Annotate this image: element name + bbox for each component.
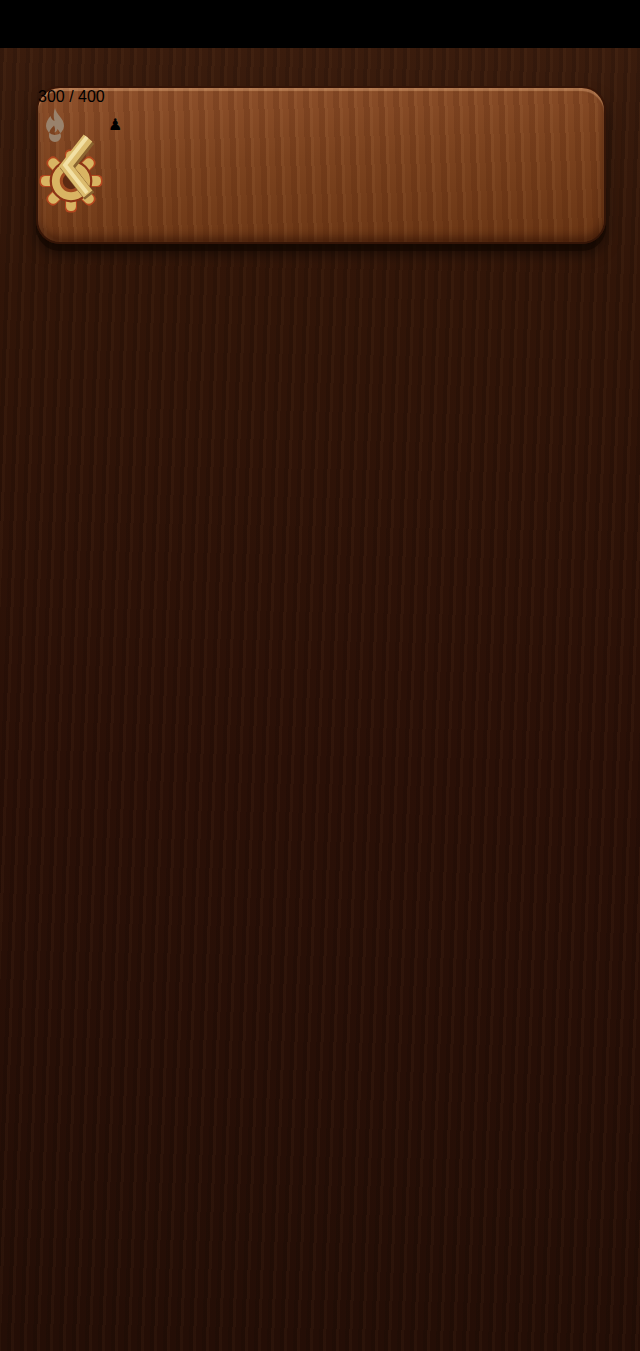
back-button[interactable] [52,128,100,204]
player-level-badge: ♟ [108,115,206,213]
chevron-left-icon [52,128,100,204]
top-panel: ♟ 300 / 400 [36,86,606,244]
pawn-icon: ♟ [108,116,122,133]
level-progress-text: 300 / 400 [38,88,604,106]
status-bar [0,0,640,48]
